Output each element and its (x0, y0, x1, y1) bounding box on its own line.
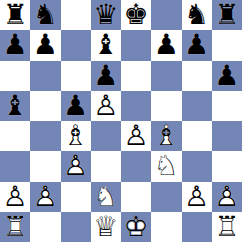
square-e7[interactable] (121, 30, 151, 60)
piece-black-pawn[interactable]: ♟ (91, 61, 121, 91)
piece-white-knight[interactable]: ♞♘ (91, 182, 121, 212)
square-e2[interactable] (121, 182, 151, 212)
square-g7[interactable]: ♟ (182, 30, 212, 60)
square-d3[interactable] (91, 151, 121, 181)
white-piece-outline: ♗ (151, 121, 181, 151)
piece-white-pawn[interactable]: ♟♙ (61, 151, 91, 181)
piece-white-rook[interactable]: ♜♖ (212, 212, 242, 242)
square-e1[interactable]: ♚♔ (121, 212, 151, 242)
black-piece-fill: ♟ (151, 30, 181, 60)
black-piece-fill: ♟ (61, 91, 91, 121)
square-c4[interactable]: ♝♗ (61, 121, 91, 151)
piece-white-pawn[interactable]: ♟♙ (91, 91, 121, 121)
black-piece-fill: ♝ (0, 91, 30, 121)
piece-white-pawn[interactable]: ♟♙ (212, 182, 242, 212)
square-c7[interactable] (61, 30, 91, 60)
square-e3[interactable] (121, 151, 151, 181)
square-b5[interactable] (30, 91, 60, 121)
piece-white-bishop[interactable]: ♝♗ (61, 121, 91, 151)
square-f3[interactable]: ♞♘ (151, 151, 181, 181)
square-e4[interactable]: ♟♙ (121, 121, 151, 151)
piece-black-queen[interactable]: ♛ (91, 0, 121, 30)
white-piece-outline: ♙ (61, 151, 91, 181)
white-piece-outline: ♙ (121, 121, 151, 151)
piece-white-knight[interactable]: ♞♘ (151, 151, 181, 181)
square-a1[interactable]: ♜♖ (0, 212, 30, 242)
square-h3[interactable] (212, 151, 242, 181)
piece-black-bishop[interactable]: ♝ (91, 30, 121, 60)
square-d1[interactable]: ♛♕ (91, 212, 121, 242)
square-f8[interactable] (151, 0, 181, 30)
white-piece-outline: ♙ (91, 91, 121, 121)
white-piece-outline: ♕ (91, 212, 121, 242)
square-d5[interactable]: ♟♙ (91, 91, 121, 121)
black-piece-fill: ♞ (30, 0, 60, 30)
piece-white-rook[interactable]: ♜♖ (0, 212, 30, 242)
chess-board: ♜♞♛♚♞♜♟♟♝♟♟♟♟♝♟♟♙♝♗♟♙♝♗♟♙♞♘♟♙♟♙♞♘♟♙♟♙♜♖♛… (0, 0, 242, 242)
black-piece-fill: ♟ (91, 61, 121, 91)
square-h6[interactable]: ♟ (212, 61, 242, 91)
piece-black-rook[interactable]: ♜ (212, 0, 242, 30)
square-h1[interactable]: ♜♖ (212, 212, 242, 242)
piece-black-pawn[interactable]: ♟ (182, 30, 212, 60)
black-piece-fill: ♟ (182, 30, 212, 60)
square-g8[interactable]: ♞ (182, 0, 212, 30)
square-c6[interactable] (61, 61, 91, 91)
square-g2[interactable]: ♟♙ (182, 182, 212, 212)
square-d6[interactable]: ♟ (91, 61, 121, 91)
square-a4[interactable] (0, 121, 30, 151)
black-piece-fill: ♟ (0, 30, 30, 60)
square-c8[interactable] (61, 0, 91, 30)
square-b6[interactable] (30, 61, 60, 91)
piece-white-pawn[interactable]: ♟♙ (182, 182, 212, 212)
piece-black-pawn[interactable]: ♟ (30, 30, 60, 60)
piece-black-knight[interactable]: ♞ (30, 0, 60, 30)
black-piece-fill: ♜ (212, 0, 242, 30)
square-b3[interactable] (30, 151, 60, 181)
square-b7[interactable]: ♟ (30, 30, 60, 60)
square-d8[interactable]: ♛ (91, 0, 121, 30)
piece-black-pawn[interactable]: ♟ (212, 61, 242, 91)
piece-black-knight[interactable]: ♞ (182, 0, 212, 30)
piece-black-rook[interactable]: ♜ (0, 0, 30, 30)
square-d7[interactable]: ♝ (91, 30, 121, 60)
black-piece-fill: ♛ (91, 0, 121, 30)
square-b8[interactable]: ♞ (30, 0, 60, 30)
black-piece-fill: ♝ (91, 30, 121, 60)
white-piece-outline: ♖ (0, 212, 30, 242)
piece-black-bishop[interactable]: ♝ (0, 91, 30, 121)
piece-white-pawn[interactable]: ♟♙ (0, 182, 30, 212)
piece-black-king[interactable]: ♚ (121, 0, 151, 30)
white-piece-outline: ♔ (121, 212, 151, 242)
white-piece-outline: ♙ (182, 182, 212, 212)
white-piece-outline: ♘ (91, 182, 121, 212)
square-c1[interactable] (61, 212, 91, 242)
square-h4[interactable] (212, 121, 242, 151)
piece-white-pawn[interactable]: ♟♙ (30, 182, 60, 212)
square-a2[interactable]: ♟♙ (0, 182, 30, 212)
square-f7[interactable]: ♟ (151, 30, 181, 60)
square-e6[interactable] (121, 61, 151, 91)
white-piece-outline: ♖ (212, 212, 242, 242)
piece-black-pawn[interactable]: ♟ (151, 30, 181, 60)
square-h2[interactable]: ♟♙ (212, 182, 242, 212)
square-g4[interactable] (182, 121, 212, 151)
square-a3[interactable] (0, 151, 30, 181)
square-d2[interactable]: ♞♘ (91, 182, 121, 212)
black-piece-fill: ♞ (182, 0, 212, 30)
square-g5[interactable] (182, 91, 212, 121)
square-g6[interactable] (182, 61, 212, 91)
square-g1[interactable] (182, 212, 212, 242)
square-c5[interactable]: ♟ (61, 91, 91, 121)
piece-white-queen[interactable]: ♛♕ (91, 212, 121, 242)
piece-white-king[interactable]: ♚♔ (121, 212, 151, 242)
square-c2[interactable] (61, 182, 91, 212)
square-d4[interactable] (91, 121, 121, 151)
square-a6[interactable] (0, 61, 30, 91)
black-piece-fill: ♚ (121, 0, 151, 30)
square-f5[interactable] (151, 91, 181, 121)
black-piece-fill: ♟ (212, 61, 242, 91)
piece-white-bishop[interactable]: ♝♗ (151, 121, 181, 151)
piece-black-pawn[interactable]: ♟ (61, 91, 91, 121)
square-c3[interactable]: ♟♙ (61, 151, 91, 181)
white-piece-outline: ♙ (212, 182, 242, 212)
square-f1[interactable] (151, 212, 181, 242)
square-a7[interactable]: ♟ (0, 30, 30, 60)
piece-white-pawn[interactable]: ♟♙ (121, 121, 151, 151)
square-f4[interactable]: ♝♗ (151, 121, 181, 151)
white-piece-outline: ♘ (151, 151, 181, 181)
piece-black-pawn[interactable]: ♟ (0, 30, 30, 60)
square-e5[interactable] (121, 91, 151, 121)
black-piece-fill: ♟ (30, 30, 60, 60)
square-e8[interactable]: ♚ (121, 0, 151, 30)
white-piece-outline: ♙ (0, 182, 30, 212)
square-g3[interactable] (182, 151, 212, 181)
square-f2[interactable] (151, 182, 181, 212)
square-h8[interactable]: ♜ (212, 0, 242, 30)
square-f6[interactable] (151, 61, 181, 91)
white-piece-outline: ♙ (30, 182, 60, 212)
square-h7[interactable] (212, 30, 242, 60)
black-piece-fill: ♜ (0, 0, 30, 30)
white-piece-outline: ♗ (61, 121, 91, 151)
square-h5[interactable] (212, 91, 242, 121)
square-a5[interactable]: ♝ (0, 91, 30, 121)
square-b4[interactable] (30, 121, 60, 151)
square-a8[interactable]: ♜ (0, 0, 30, 30)
square-b1[interactable] (30, 212, 60, 242)
square-b2[interactable]: ♟♙ (30, 182, 60, 212)
